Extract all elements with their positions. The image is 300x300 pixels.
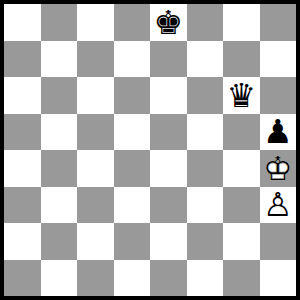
- square-a3[interactable]: [4, 187, 41, 224]
- square-f2[interactable]: [187, 223, 224, 260]
- white-pawn-glyph: ♙: [260, 187, 297, 224]
- square-e2[interactable]: [150, 223, 187, 260]
- square-e1[interactable]: [150, 260, 187, 297]
- square-e3[interactable]: [150, 187, 187, 224]
- square-d1[interactable]: [114, 260, 151, 297]
- square-g2[interactable]: [223, 223, 260, 260]
- square-c5[interactable]: [77, 114, 114, 151]
- chessboard: ♚♛♟♚♔♟♙: [4, 4, 296, 296]
- square-e8[interactable]: ♚: [150, 4, 187, 41]
- square-h1[interactable]: [260, 260, 297, 297]
- black-pawn-glyph: ♟: [260, 114, 297, 151]
- square-h8[interactable]: [260, 4, 297, 41]
- square-c4[interactable]: [77, 150, 114, 187]
- square-g5[interactable]: [223, 114, 260, 151]
- square-a5[interactable]: [4, 114, 41, 151]
- white-king[interactable]: ♚♔: [260, 150, 297, 187]
- square-h2[interactable]: [260, 223, 297, 260]
- square-b1[interactable]: [41, 260, 78, 297]
- square-a1[interactable]: [4, 260, 41, 297]
- chessboard-frame: ♚♛♟♚♔♟♙: [0, 0, 300, 300]
- square-b8[interactable]: [41, 4, 78, 41]
- square-f7[interactable]: [187, 41, 224, 78]
- square-d3[interactable]: [114, 187, 151, 224]
- white-king-glyph: ♔: [260, 150, 297, 187]
- square-f6[interactable]: [187, 77, 224, 114]
- square-h7[interactable]: [260, 41, 297, 78]
- square-c6[interactable]: [77, 77, 114, 114]
- square-a6[interactable]: [4, 77, 41, 114]
- square-b7[interactable]: [41, 41, 78, 78]
- black-queen[interactable]: ♛: [223, 77, 260, 114]
- square-d7[interactable]: [114, 41, 151, 78]
- square-a2[interactable]: [4, 223, 41, 260]
- square-g8[interactable]: [223, 4, 260, 41]
- square-c8[interactable]: [77, 4, 114, 41]
- square-g1[interactable]: [223, 260, 260, 297]
- square-h5[interactable]: ♟: [260, 114, 297, 151]
- square-b5[interactable]: [41, 114, 78, 151]
- square-c3[interactable]: [77, 187, 114, 224]
- square-h4[interactable]: ♚♔: [260, 150, 297, 187]
- square-f5[interactable]: [187, 114, 224, 151]
- square-c1[interactable]: [77, 260, 114, 297]
- square-g3[interactable]: [223, 187, 260, 224]
- square-c2[interactable]: [77, 223, 114, 260]
- square-g4[interactable]: [223, 150, 260, 187]
- black-king[interactable]: ♚: [150, 4, 187, 41]
- square-c7[interactable]: [77, 41, 114, 78]
- square-a7[interactable]: [4, 41, 41, 78]
- square-d5[interactable]: [114, 114, 151, 151]
- black-pawn[interactable]: ♟: [260, 114, 297, 151]
- square-e6[interactable]: [150, 77, 187, 114]
- square-e5[interactable]: [150, 114, 187, 151]
- square-g6[interactable]: ♛: [223, 77, 260, 114]
- square-d2[interactable]: [114, 223, 151, 260]
- square-a8[interactable]: [4, 4, 41, 41]
- square-h3[interactable]: ♟♙: [260, 187, 297, 224]
- square-e4[interactable]: [150, 150, 187, 187]
- square-b6[interactable]: [41, 77, 78, 114]
- square-f4[interactable]: [187, 150, 224, 187]
- black-king-glyph: ♚: [150, 4, 187, 41]
- square-d6[interactable]: [114, 77, 151, 114]
- square-b3[interactable]: [41, 187, 78, 224]
- square-g7[interactable]: [223, 41, 260, 78]
- square-e7[interactable]: [150, 41, 187, 78]
- black-queen-glyph: ♛: [223, 77, 260, 114]
- square-f8[interactable]: [187, 4, 224, 41]
- square-d4[interactable]: [114, 150, 151, 187]
- square-f3[interactable]: [187, 187, 224, 224]
- square-d8[interactable]: [114, 4, 151, 41]
- square-f1[interactable]: [187, 260, 224, 297]
- square-h6[interactable]: [260, 77, 297, 114]
- square-a4[interactable]: [4, 150, 41, 187]
- white-pawn[interactable]: ♟♙: [260, 187, 297, 224]
- square-b2[interactable]: [41, 223, 78, 260]
- square-b4[interactable]: [41, 150, 78, 187]
